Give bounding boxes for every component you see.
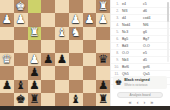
white-rook: ♜ — [28, 27, 42, 40]
move-number: 9. — [111, 58, 120, 62]
white-bishop: ♝ — [55, 27, 69, 40]
previous-move-button[interactable]: ‹ — [137, 100, 139, 106]
square-d5[interactable]: ♟ — [55, 53, 69, 66]
square-g4[interactable] — [14, 40, 28, 53]
scrollbar-thumb[interactable] — [167, 2, 169, 22]
square-a7[interactable]: ♟ — [96, 80, 110, 93]
move-number: 4. — [111, 23, 120, 27]
square-d3[interactable]: ♝ — [55, 27, 69, 40]
square-e2[interactable] — [41, 13, 55, 26]
white-pawn: ♟ — [96, 13, 110, 26]
square-c4[interactable] — [69, 40, 83, 53]
square-h4[interactable] — [0, 40, 14, 53]
move-number: 5. — [111, 30, 120, 34]
black-pawn: ♟ — [0, 80, 14, 93]
square-f8[interactable]: ♜ — [28, 93, 42, 106]
square-d8[interactable] — [55, 93, 69, 106]
square-e7[interactable] — [41, 80, 55, 93]
move-row: 7.Bd3O-O — [111, 43, 170, 50]
square-a2[interactable]: ♟ — [96, 13, 110, 26]
square-h2[interactable]: ♟ — [0, 13, 14, 26]
square-g2[interactable]: ♟ — [14, 13, 28, 26]
square-g3[interactable] — [14, 27, 28, 40]
move-row: 9.Nb3d5 — [111, 57, 170, 64]
move-number: 10. — [111, 65, 120, 69]
move-row: 10.Bxf6gxf6 — [111, 64, 170, 71]
square-b5[interactable] — [83, 53, 97, 66]
black-pawn: ♟ — [96, 80, 110, 93]
move-list: 1.e4c52.Nf3d63.d4cxd44.Nxd4Nf65.Nc3g66.B… — [111, 0, 170, 85]
white-move[interactable]: Nf3 — [120, 9, 141, 13]
square-a4[interactable] — [96, 40, 110, 53]
square-c5[interactable] — [69, 53, 83, 66]
square-a3[interactable] — [96, 27, 110, 40]
black-rook: ♜ — [28, 93, 42, 106]
square-b2[interactable]: ♟ — [83, 13, 97, 26]
square-f3[interactable]: ♜ — [28, 27, 42, 40]
square-f4[interactable] — [28, 40, 42, 53]
square-d4[interactable] — [55, 40, 69, 53]
move-number: 3. — [111, 16, 120, 20]
square-a5[interactable]: ♛ — [96, 53, 110, 66]
black-move[interactable]: cxd4 — [141, 16, 162, 20]
white-move[interactable]: Bg5 — [120, 37, 141, 41]
move-number: 2. — [111, 9, 120, 13]
black-king: ♚ — [14, 93, 28, 106]
square-f7[interactable]: ♟ — [28, 80, 42, 93]
black-move[interactable]: gxf6 — [141, 65, 162, 69]
black-move[interactable]: d5 — [141, 58, 162, 62]
analysis-board-button[interactable]: Analysis board — [117, 92, 163, 98]
move-row: 4.Nxd4Nf6 — [111, 22, 170, 29]
square-h7[interactable]: ♟ — [0, 80, 14, 93]
move-number: 8. — [111, 51, 120, 55]
white-move[interactable]: O-O — [120, 51, 141, 55]
move-number: 1. — [111, 2, 120, 6]
white-pawn: ♟ — [14, 13, 28, 26]
black-bishop: ♝ — [69, 93, 83, 106]
white-move[interactable]: Nc3 — [120, 30, 141, 34]
white-pawn: ♟ — [0, 13, 14, 26]
square-e3[interactable] — [41, 27, 55, 40]
square-g5[interactable] — [14, 53, 28, 66]
square-g8[interactable]: ♚ — [14, 93, 28, 106]
square-b8[interactable] — [83, 93, 97, 106]
game-result-card: ♚ Black resigned White is victorious — [113, 76, 167, 89]
white-move[interactable]: Bxf6 — [120, 65, 141, 69]
black-pawn: ♟ — [55, 53, 69, 66]
square-b3[interactable] — [83, 27, 97, 40]
black-move[interactable]: Bg7 — [141, 37, 162, 41]
square-c6[interactable] — [69, 66, 83, 79]
next-move-button[interactable]: › — [144, 100, 146, 106]
move-list-scrollbar[interactable] — [167, 2, 169, 62]
square-h3[interactable] — [0, 27, 14, 40]
square-e1[interactable] — [41, 0, 55, 13]
square-b7[interactable] — [83, 80, 97, 93]
square-b6[interactable] — [83, 66, 97, 79]
square-f1[interactable] — [28, 0, 42, 13]
square-a8[interactable]: ♜ — [96, 93, 110, 106]
square-e5[interactable]: ♟ — [41, 53, 55, 66]
white-move[interactable]: Nb3 — [120, 58, 141, 62]
black-move[interactable]: e5 — [141, 51, 162, 55]
move-row: 2.Nf3d6 — [111, 8, 170, 15]
move-navigation: « ‹ › » — [111, 99, 170, 106]
move-row: 5.Nc3g6 — [111, 29, 170, 36]
first-move-button[interactable]: « — [129, 100, 132, 106]
game-panel: 1.e4c52.Nf3d63.d4cxd44.Nxd4Nf65.Nc3g66.B… — [110, 0, 170, 106]
white-move[interactable]: e4 — [120, 2, 141, 6]
result-title: Black resigned — [124, 78, 150, 82]
king-icon: ♚ — [115, 79, 122, 87]
move-row: 8.O-Oe5 — [111, 50, 170, 57]
square-e6[interactable] — [41, 66, 55, 79]
black-move[interactable]: Nf6 — [141, 23, 162, 27]
move-row: 6.Bg5Bg7 — [111, 36, 170, 43]
result-subtitle: White is victorious — [124, 83, 150, 87]
move-row: 3.d4cxd4 — [111, 15, 170, 22]
square-e8[interactable] — [41, 93, 55, 106]
white-move[interactable]: Nxd4 — [120, 23, 141, 27]
chess-board[interactable]: ♚♜♟♟♟♟♟♜♝♞♛♟♟♟♛♟♟♝♟♟♚♜♝♜ — [0, 0, 110, 106]
white-move[interactable]: Bd3 — [120, 44, 141, 48]
move-number: 7. — [111, 44, 120, 48]
white-pawn: ♟ — [83, 13, 97, 26]
black-move[interactable]: d6 — [141, 9, 162, 13]
black-pawn: ♟ — [41, 53, 55, 66]
square-c8[interactable]: ♝ — [69, 93, 83, 106]
black-queen: ♛ — [96, 53, 110, 66]
white-move[interactable]: d4 — [120, 16, 141, 20]
black-bishop: ♝ — [14, 80, 28, 93]
square-g7[interactable]: ♝ — [14, 80, 28, 93]
square-h5[interactable]: ♛ — [0, 53, 14, 66]
square-d7[interactable] — [55, 80, 69, 93]
square-d1[interactable] — [55, 0, 69, 13]
black-pawn: ♟ — [28, 80, 42, 93]
square-h8[interactable] — [0, 93, 14, 106]
white-knight: ♞ — [69, 27, 83, 40]
move-row: 1.e4c5 — [111, 1, 170, 8]
white-queen: ♛ — [0, 53, 14, 66]
square-c7[interactable] — [69, 80, 83, 93]
move-number: 6. — [111, 37, 120, 41]
square-c3[interactable]: ♞ — [69, 27, 83, 40]
square-d6[interactable] — [55, 66, 69, 79]
black-move[interactable]: O-O — [141, 44, 162, 48]
last-move-button[interactable]: » — [150, 100, 153, 106]
black-move[interactable]: g6 — [141, 30, 162, 34]
black-move[interactable]: c5 — [141, 2, 162, 6]
square-b4[interactable] — [83, 40, 97, 53]
bottom-bar — [0, 106, 170, 110]
square-e4[interactable] — [41, 40, 55, 53]
black-rook: ♜ — [96, 93, 110, 106]
